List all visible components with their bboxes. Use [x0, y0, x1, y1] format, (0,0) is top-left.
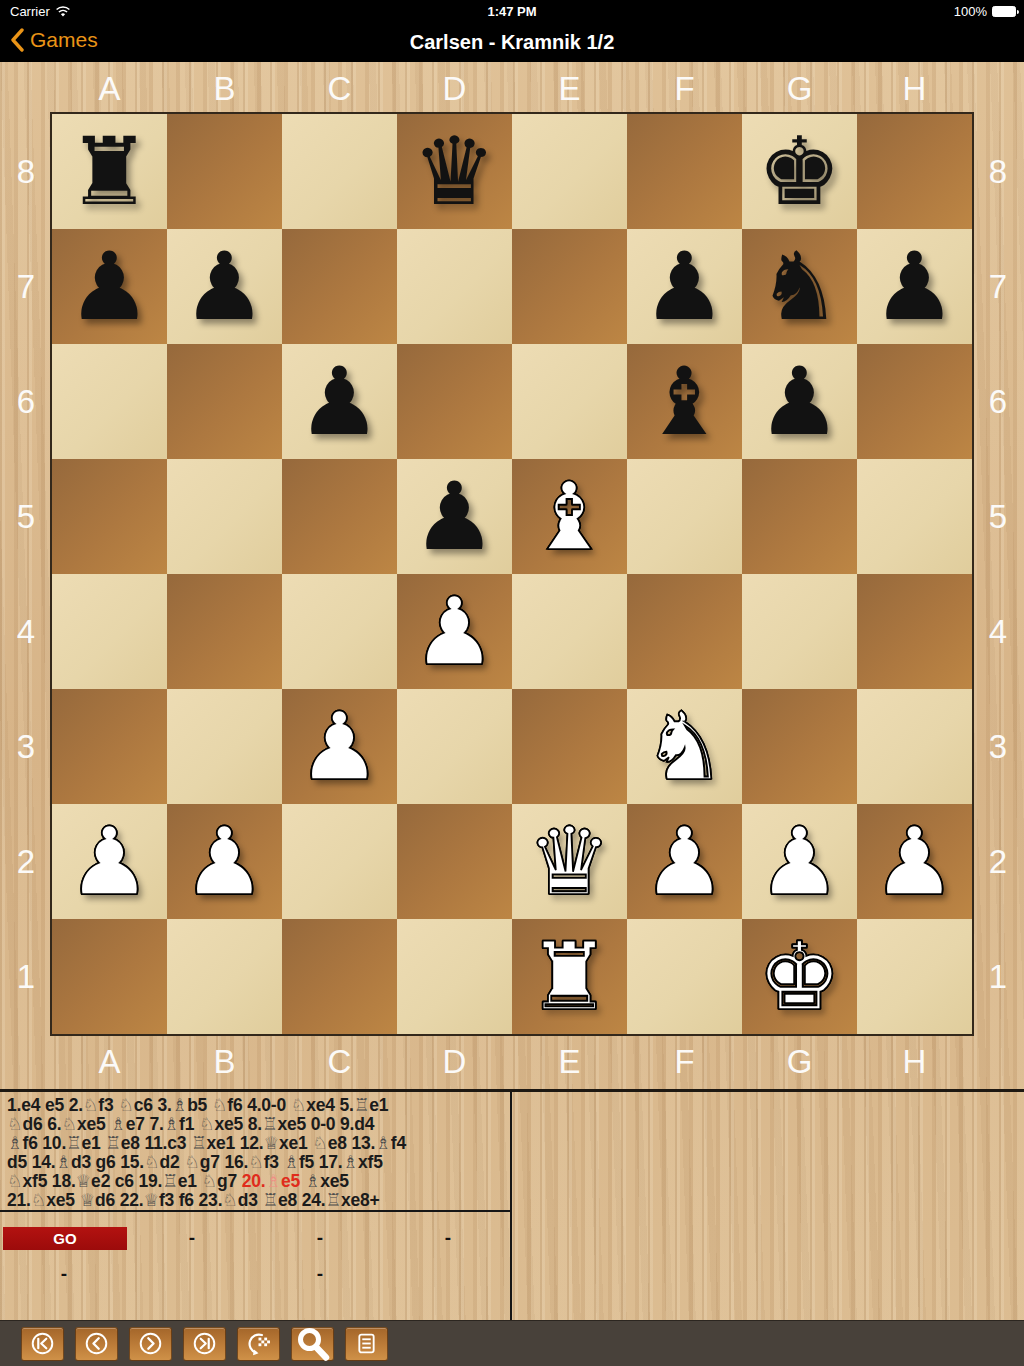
- coordinate-label: 3: [0, 689, 52, 804]
- square-g5[interactable]: [742, 459, 857, 574]
- piece-white-bishop: ♝: [527, 462, 611, 572]
- piece-figurine-icon: ♕: [264, 1133, 280, 1153]
- piece-figurine-icon: ♖: [262, 1190, 278, 1210]
- coordinate-label: 1: [972, 919, 1024, 1034]
- piece-white-pawn: ♟: [412, 577, 496, 687]
- square-g7[interactable]: ♞: [742, 229, 857, 344]
- go-to-start-button[interactable]: [21, 1327, 64, 1361]
- square-h2[interactable]: ♟: [857, 804, 972, 919]
- square-d3[interactable]: [397, 689, 512, 804]
- piece-figurine-icon: ♘: [222, 1190, 238, 1210]
- chess-board[interactable]: ♜♛♚♟♟♟♞♟♟♝♟♟♝♟♟♞♟♟♛♟♟♟♜♚: [52, 114, 972, 1034]
- square-g6[interactable]: ♟: [742, 344, 857, 459]
- file-labels-bottom: ABCDEFGH: [52, 1034, 972, 1088]
- rank-labels-right: 87654321: [972, 114, 1024, 1034]
- piece-figurine-icon: ♗: [265, 1171, 281, 1191]
- square-g3[interactable]: [742, 689, 857, 804]
- coordinate-label: 5: [0, 459, 52, 574]
- square-f8[interactable]: [627, 114, 742, 229]
- square-c2[interactable]: [282, 804, 397, 919]
- next-icon: [137, 1330, 164, 1357]
- piece-figurine-icon: ♘: [83, 1095, 99, 1115]
- piece-figurine-icon: ♘: [31, 1190, 47, 1210]
- square-c4[interactable]: [282, 574, 397, 689]
- rank-labels-left: 87654321: [0, 114, 52, 1034]
- coordinate-label: 1: [0, 919, 52, 1034]
- coordinate-label: 7: [0, 229, 52, 344]
- piece-figurine-icon: ♘: [202, 1171, 218, 1191]
- piece-black-queen: ♛: [412, 117, 496, 227]
- move-text: 1.e4 e5 2.♘f3 ♘c6 3.♗b5 ♘f6 4.0-0 ♘xe4 5…: [7, 1095, 388, 1115]
- square-b2[interactable]: ♟: [167, 804, 282, 919]
- engine-value-placeholder: -: [128, 1227, 256, 1250]
- square-d7[interactable]: [397, 229, 512, 344]
- square-f7[interactable]: ♟: [627, 229, 742, 344]
- square-b3[interactable]: [167, 689, 282, 804]
- coordinate-label: 6: [0, 344, 52, 459]
- piece-black-pawn: ♟: [642, 232, 726, 342]
- square-f5[interactable]: [627, 459, 742, 574]
- next-move-button[interactable]: [129, 1327, 172, 1361]
- piece-white-pawn: ♟: [757, 807, 841, 917]
- square-f2[interactable]: ♟: [627, 804, 742, 919]
- move-text: ♘d6 6.♘xe5 ♗e7 7.♗f1 ♘xe5 8.♖xe5 0-0 9.d…: [7, 1114, 374, 1134]
- game-list-button[interactable]: [345, 1327, 388, 1361]
- skip-to-start-icon: [29, 1330, 56, 1357]
- move-list: 1.e4 e5 2.♘f3 ♘c6 3.♗b5 ♘f6 4.0-0 ♘xe4 5…: [0, 1096, 512, 1210]
- file-labels-top: ABCDEFGH: [52, 62, 972, 114]
- coordinate-label: 5: [972, 459, 1024, 574]
- piece-white-knight: ♞: [642, 692, 726, 802]
- move-text: 21.♘xe5 ♕d6 22.♕f3 f6 23.♘d3 ♖e8 24.♖xe8…: [7, 1190, 380, 1210]
- engine-value-placeholder: -: [384, 1227, 512, 1250]
- piece-figurine-icon: ♘: [212, 1095, 228, 1115]
- square-g1[interactable]: ♚: [742, 919, 857, 1034]
- magnifier-icon: [295, 1326, 331, 1362]
- square-d1[interactable]: [397, 919, 512, 1034]
- move-line: 21.♘xe5 ♕d6 22.♕f3 f6 23.♘d3 ♖e8 24.♖xe8…: [0, 1191, 512, 1210]
- coordinate-label: E: [512, 1034, 627, 1088]
- piece-figurine-icon: ♗: [55, 1152, 71, 1172]
- piece-black-bishop: ♝: [642, 347, 726, 457]
- coordinate-label: G: [742, 1034, 857, 1088]
- piece-white-rook: ♜: [527, 922, 611, 1032]
- piece-black-pawn: ♟: [182, 232, 266, 342]
- coordinate-label: E: [512, 62, 627, 114]
- square-c6[interactable]: ♟: [282, 344, 397, 459]
- square-e4[interactable]: [512, 574, 627, 689]
- piece-figurine-icon: ♖: [162, 1171, 178, 1191]
- previous-icon: [83, 1330, 110, 1357]
- coordinate-label: A: [52, 62, 167, 114]
- piece-black-king: ♚: [757, 117, 841, 227]
- coordinate-label: B: [167, 1034, 282, 1088]
- square-b5[interactable]: [167, 459, 282, 574]
- square-f1[interactable]: [627, 919, 742, 1034]
- piece-figurine-icon: ♘: [61, 1114, 77, 1134]
- piece-figurine-icon: ♖: [105, 1133, 121, 1153]
- piece-white-pawn: ♟: [182, 807, 266, 917]
- move-text: ♘xf5 18.♕e2 c6 19.♖e1 ♘g7: [7, 1171, 242, 1191]
- piece-figurine-icon: ♘: [7, 1171, 23, 1191]
- battery-percent: 100%: [954, 4, 987, 19]
- square-c7[interactable]: [282, 229, 397, 344]
- move-line: ♘d6 6.♘xe5 ♗e7 7.♗f1 ♘xe5 8.♖xe5 0-0 9.d…: [0, 1115, 512, 1134]
- square-e5[interactable]: ♝: [512, 459, 627, 574]
- engine-value-placeholder: -: [256, 1263, 384, 1286]
- engine-go-button[interactable]: GO: [3, 1227, 127, 1250]
- square-a7[interactable]: ♟: [52, 229, 167, 344]
- piece-figurine-icon: ♖: [354, 1095, 370, 1115]
- square-c5[interactable]: [282, 459, 397, 574]
- square-c3[interactable]: ♟: [282, 689, 397, 804]
- header: Carrier 1:47 PM 100% Games Carlsen - K: [0, 0, 1024, 62]
- coordinate-label: B: [167, 62, 282, 114]
- flip-board-icon: [245, 1330, 272, 1357]
- square-h3[interactable]: [857, 689, 972, 804]
- list-icon: [353, 1330, 380, 1357]
- coordinate-label: D: [397, 62, 512, 114]
- nav-bar: Games Carlsen - Kramnik 1/2: [0, 24, 1024, 62]
- piece-figurine-icon: ♕: [80, 1190, 96, 1210]
- piece-figurine-icon: ♖: [191, 1133, 207, 1153]
- piece-white-pawn: ♟: [67, 807, 151, 917]
- coordinate-label: 2: [0, 804, 52, 919]
- square-a5[interactable]: [52, 459, 167, 574]
- chess-app-screen: Carrier 1:47 PM 100% Games Carlsen - K: [0, 0, 1024, 1366]
- coordinate-label: 6: [972, 344, 1024, 459]
- square-h7[interactable]: ♟: [857, 229, 972, 344]
- square-e3[interactable]: [512, 689, 627, 804]
- piece-figurine-icon: ♗: [283, 1152, 299, 1172]
- coordinate-label: G: [742, 62, 857, 114]
- square-a8[interactable]: ♜: [52, 114, 167, 229]
- coordinate-label: A: [52, 1034, 167, 1088]
- clock: 1:47 PM: [0, 4, 1024, 19]
- square-d6[interactable]: [397, 344, 512, 459]
- piece-figurine-icon: ♘: [184, 1152, 200, 1172]
- piece-black-pawn: ♟: [872, 232, 956, 342]
- square-h5[interactable]: [857, 459, 972, 574]
- piece-black-pawn: ♟: [67, 232, 151, 342]
- square-b8[interactable]: [167, 114, 282, 229]
- piece-white-king: ♚: [757, 922, 841, 1032]
- square-b1[interactable]: [167, 919, 282, 1034]
- square-d2[interactable]: [397, 804, 512, 919]
- square-e1[interactable]: ♜: [512, 919, 627, 1034]
- piece-figurine-icon: ♘: [312, 1133, 328, 1153]
- skip-to-end-icon: [191, 1330, 218, 1357]
- coordinate-label: 4: [0, 574, 52, 689]
- square-a4[interactable]: [52, 574, 167, 689]
- square-h4[interactable]: [857, 574, 972, 689]
- piece-white-queen: ♛: [527, 807, 611, 917]
- coordinate-label: 7: [972, 229, 1024, 344]
- coordinate-label: C: [282, 1034, 397, 1088]
- piece-figurine-icon: ♘: [199, 1114, 215, 1134]
- coordinate-label: C: [282, 62, 397, 114]
- coordinate-label: H: [857, 62, 972, 114]
- move-text: ♗xe5: [300, 1171, 349, 1191]
- move-line: 1.e4 e5 2.♘f3 ♘c6 3.♗b5 ♘f6 4.0-0 ♘xe4 5…: [0, 1096, 512, 1115]
- coordinate-label: D: [397, 1034, 512, 1088]
- moves-divider-line: [0, 1210, 512, 1212]
- piece-black-pawn: ♟: [297, 347, 381, 457]
- piece-figurine-icon: ♘: [7, 1114, 23, 1134]
- status-bar: Carrier 1:47 PM 100%: [0, 0, 1024, 24]
- square-h8[interactable]: [857, 114, 972, 229]
- piece-white-pawn: ♟: [297, 692, 381, 802]
- move-line: ♗f6 10.♖e1 ♖e8 11.c3 ♖xe1 12.♕xe1 ♘e8 13…: [0, 1134, 512, 1153]
- coordinate-label: 3: [972, 689, 1024, 804]
- piece-white-pawn: ♟: [642, 807, 726, 917]
- square-a6[interactable]: [52, 344, 167, 459]
- piece-black-knight: ♞: [757, 232, 841, 342]
- page-title: Carlsen - Kramnik 1/2: [0, 31, 1024, 54]
- coordinate-label: 4: [972, 574, 1024, 689]
- square-f3[interactable]: ♞: [627, 689, 742, 804]
- square-g2[interactable]: ♟: [742, 804, 857, 919]
- square-e2[interactable]: ♛: [512, 804, 627, 919]
- square-g8[interactable]: ♚: [742, 114, 857, 229]
- piece-figurine-icon: ♗: [343, 1152, 359, 1172]
- current-move-highlight[interactable]: 20.♗e5: [242, 1171, 300, 1191]
- square-h6[interactable]: [857, 344, 972, 459]
- engine-value-placeholder: -: [0, 1263, 128, 1286]
- square-c1[interactable]: [282, 919, 397, 1034]
- piece-figurine-icon: ♗: [172, 1095, 188, 1115]
- square-h1[interactable]: [857, 919, 972, 1034]
- square-b4[interactable]: [167, 574, 282, 689]
- square-g4[interactable]: [742, 574, 857, 689]
- piece-figurine-icon: ♕: [76, 1171, 92, 1191]
- piece-figurine-icon: ♘: [248, 1152, 264, 1172]
- square-d5[interactable]: ♟: [397, 459, 512, 574]
- coordinate-label: F: [627, 1034, 742, 1088]
- coordinate-label: H: [857, 1034, 972, 1088]
- square-a3[interactable]: [52, 689, 167, 804]
- piece-figurine-icon: ♗: [305, 1171, 321, 1191]
- square-f6[interactable]: ♝: [627, 344, 742, 459]
- piece-figurine-icon: ♗: [110, 1114, 126, 1134]
- flip-board-button[interactable]: [237, 1327, 280, 1361]
- piece-white-pawn: ♟: [872, 807, 956, 917]
- piece-figurine-icon: ♘: [291, 1095, 307, 1115]
- move-line: ♘xf5 18.♕e2 c6 19.♖e1 ♘g7 20.♗e5 ♗xe5: [0, 1172, 512, 1191]
- move-text: d5 14.♗d3 g6 15.♘d2 ♘g7 16.♘f3 ♗f5 17.♗x…: [7, 1152, 383, 1172]
- piece-figurine-icon: ♕: [143, 1190, 159, 1210]
- piece-figurine-icon: ♘: [144, 1152, 160, 1172]
- square-a2[interactable]: ♟: [52, 804, 167, 919]
- square-c8[interactable]: [282, 114, 397, 229]
- piece-figurine-icon: ♘: [118, 1095, 134, 1115]
- battery-icon: [992, 6, 1016, 17]
- piece-black-pawn: ♟: [757, 347, 841, 457]
- moves-panel[interactable]: 1.e4 e5 2.♘f3 ♘c6 3.♗b5 ♘f6 4.0-0 ♘xe4 5…: [0, 1092, 512, 1320]
- piece-black-rook: ♜: [67, 117, 151, 227]
- piece-figurine-icon: ♗: [164, 1114, 180, 1134]
- square-b7[interactable]: ♟: [167, 229, 282, 344]
- coordinate-label: 2: [972, 804, 1024, 919]
- piece-black-pawn: ♟: [412, 462, 496, 572]
- coordinate-label: 8: [0, 114, 52, 229]
- square-a1[interactable]: [52, 919, 167, 1034]
- square-e6[interactable]: [512, 344, 627, 459]
- piece-figurine-icon: ♖: [66, 1133, 82, 1153]
- square-d8[interactable]: ♛: [397, 114, 512, 229]
- piece-figurine-icon: ♖: [262, 1114, 278, 1134]
- square-b6[interactable]: [167, 344, 282, 459]
- square-f4[interactable]: [627, 574, 742, 689]
- square-e8[interactable]: [512, 114, 627, 229]
- piece-figurine-icon: ♗: [7, 1133, 23, 1153]
- previous-move-button[interactable]: [75, 1327, 118, 1361]
- piece-figurine-icon: ♗: [375, 1133, 391, 1153]
- go-to-end-button[interactable]: [183, 1327, 226, 1361]
- analyze-button[interactable]: [291, 1327, 334, 1361]
- move-text: ♗f6 10.♖e1 ♖e8 11.c3 ♖xe1 12.♕xe1 ♘e8 13…: [7, 1133, 406, 1153]
- bottom-toolbar: [0, 1320, 1024, 1366]
- square-e7[interactable]: [512, 229, 627, 344]
- engine-value-placeholder: -: [256, 1227, 384, 1250]
- move-line: d5 14.♗d3 g6 15.♘d2 ♘g7 16.♘f3 ♗f5 17.♗x…: [0, 1153, 512, 1172]
- coordinate-label: 8: [972, 114, 1024, 229]
- coordinate-label: F: [627, 62, 742, 114]
- square-d4[interactable]: ♟: [397, 574, 512, 689]
- piece-figurine-icon: ♖: [325, 1190, 341, 1210]
